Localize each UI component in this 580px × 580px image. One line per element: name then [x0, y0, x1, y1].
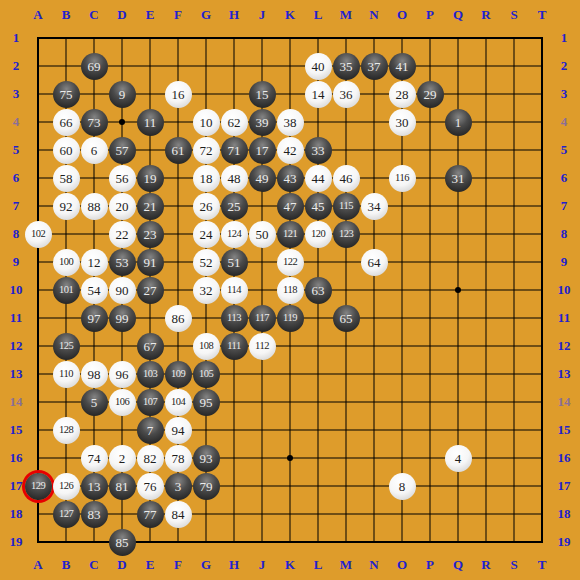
stone-black-H11: 113 [221, 305, 248, 332]
column-label-C: C [80, 552, 108, 578]
stone-white-M6: 46 [333, 165, 360, 192]
stone-white-L2: 40 [305, 53, 332, 80]
row-labels-left: 12345678910111213141516171819 [0, 24, 32, 556]
stone-black-D11: 99 [109, 305, 136, 332]
stone-white-E16: 82 [137, 445, 164, 472]
stone-black-K8: 121 [277, 221, 304, 248]
stone-black-E13: 103 [137, 361, 164, 388]
row-label-3: 3 [0, 80, 32, 108]
column-label-C: C [80, 2, 108, 28]
column-label-Q: Q [444, 2, 472, 28]
row-label-15: 15 [0, 416, 32, 444]
column-label-J: J [248, 2, 276, 28]
stone-white-J12: 112 [249, 333, 276, 360]
stone-black-F5: 61 [165, 137, 192, 164]
column-label-B: B [52, 2, 80, 28]
stone-black-G14: 95 [193, 389, 220, 416]
column-label-P: P [416, 2, 444, 28]
row-label-19: 19 [548, 528, 580, 556]
row-label-2: 2 [0, 52, 32, 80]
stone-white-B9: 100 [53, 249, 80, 276]
stone-black-B18: 127 [53, 501, 80, 528]
stone-black-D9: 53 [109, 249, 136, 276]
column-label-F: F [164, 2, 192, 28]
row-label-13: 13 [548, 360, 580, 388]
stone-black-D17: 81 [109, 473, 136, 500]
stone-black-E15: 7 [137, 417, 164, 444]
stone-white-D10: 90 [109, 277, 136, 304]
column-label-P: P [416, 552, 444, 578]
stone-white-B5: 60 [53, 137, 80, 164]
stone-black-K11: 119 [277, 305, 304, 332]
column-label-L: L [304, 2, 332, 28]
column-label-J: J [248, 552, 276, 578]
stone-white-B7: 92 [53, 193, 80, 220]
column-label-N: N [360, 2, 388, 28]
row-label-5: 5 [0, 136, 32, 164]
stone-white-B13: 110 [53, 361, 80, 388]
stone-white-F16: 78 [165, 445, 192, 472]
stone-black-O2: 41 [389, 53, 416, 80]
row-label-1: 1 [548, 24, 580, 52]
stone-white-G12: 108 [193, 333, 220, 360]
stone-black-C4: 73 [81, 109, 108, 136]
stone-black-K6: 43 [277, 165, 304, 192]
column-label-R: R [472, 552, 500, 578]
column-label-E: E [136, 2, 164, 28]
stone-black-B3: 75 [53, 81, 80, 108]
column-label-R: R [472, 2, 500, 28]
stone-white-D8: 22 [109, 221, 136, 248]
stone-black-E10: 27 [137, 277, 164, 304]
stone-white-E17: 76 [137, 473, 164, 500]
stone-black-J5: 17 [249, 137, 276, 164]
column-label-M: M [332, 2, 360, 28]
stone-white-G7: 26 [193, 193, 220, 220]
stone-white-F11: 86 [165, 305, 192, 332]
row-label-15: 15 [548, 416, 580, 444]
column-label-E: E [136, 552, 164, 578]
stone-black-J11: 117 [249, 305, 276, 332]
row-label-18: 18 [0, 500, 32, 528]
stone-black-H9: 51 [221, 249, 248, 276]
stone-black-Q6: 31 [445, 165, 472, 192]
stone-white-D14: 106 [109, 389, 136, 416]
stone-black-L5: 33 [305, 137, 332, 164]
stone-white-C7: 88 [81, 193, 108, 220]
column-labels-bottom: ABCDEFGHJKLMNOPQRST [24, 552, 556, 578]
column-label-S: S [500, 2, 528, 28]
stone-white-G6: 18 [193, 165, 220, 192]
row-label-12: 12 [548, 332, 580, 360]
row-label-3: 3 [548, 80, 580, 108]
column-label-K: K [276, 2, 304, 28]
stone-white-D13: 96 [109, 361, 136, 388]
row-label-17: 17 [548, 472, 580, 500]
row-label-6: 6 [548, 164, 580, 192]
stone-white-G8: 24 [193, 221, 220, 248]
row-label-12: 12 [0, 332, 32, 360]
row-label-19: 19 [0, 528, 32, 556]
stone-black-M2: 35 [333, 53, 360, 80]
stone-white-H10: 114 [221, 277, 248, 304]
stone-black-C2: 69 [81, 53, 108, 80]
stone-black-C18: 83 [81, 501, 108, 528]
stone-black-M8: 123 [333, 221, 360, 248]
stone-white-B6: 58 [53, 165, 80, 192]
stone-black-D3: 9 [109, 81, 136, 108]
stone-white-M3: 36 [333, 81, 360, 108]
stone-black-C14: 5 [81, 389, 108, 416]
stone-white-F18: 84 [165, 501, 192, 528]
column-label-S: S [500, 552, 528, 578]
stone-white-B15: 128 [53, 417, 80, 444]
row-label-9: 9 [0, 248, 32, 276]
stone-black-P3: 29 [417, 81, 444, 108]
stone-white-F14: 104 [165, 389, 192, 416]
stone-black-E14: 107 [137, 389, 164, 416]
row-label-10: 10 [548, 276, 580, 304]
row-label-18: 18 [548, 500, 580, 528]
stone-black-E9: 91 [137, 249, 164, 276]
column-label-F: F [164, 552, 192, 578]
stone-white-G9: 52 [193, 249, 220, 276]
row-label-4: 4 [548, 108, 580, 136]
column-label-O: O [388, 552, 416, 578]
row-label-14: 14 [548, 388, 580, 416]
stone-black-D5: 57 [109, 137, 136, 164]
stone-black-G16: 93 [193, 445, 220, 472]
row-label-7: 7 [0, 192, 32, 220]
column-label-B: B [52, 552, 80, 578]
stone-white-O3: 28 [389, 81, 416, 108]
stone-black-E6: 19 [137, 165, 164, 192]
stone-white-K10: 118 [277, 277, 304, 304]
row-label-10: 10 [0, 276, 32, 304]
stone-white-F3: 16 [165, 81, 192, 108]
column-label-D: D [108, 2, 136, 28]
go-board[interactable]: 6940353741759161514362829667311106239383… [24, 24, 556, 556]
go-game-record-viewer: ABCDEFGHJKLMNOPQRST ABCDEFGHJKLMNOPQRST … [0, 0, 580, 580]
stone-white-O4: 30 [389, 109, 416, 136]
column-label-D: D [108, 552, 136, 578]
stone-white-H6: 48 [221, 165, 248, 192]
row-label-1: 1 [0, 24, 32, 52]
stone-black-N2: 37 [361, 53, 388, 80]
stone-white-O6: 116 [389, 165, 416, 192]
stone-black-J3: 15 [249, 81, 276, 108]
stone-white-Q16: 4 [445, 445, 472, 472]
column-label-Q: Q [444, 552, 472, 578]
row-label-2: 2 [548, 52, 580, 80]
row-label-6: 6 [0, 164, 32, 192]
stone-black-E8: 23 [137, 221, 164, 248]
row-label-16: 16 [548, 444, 580, 472]
row-label-17: 17 [0, 472, 32, 500]
row-label-11: 11 [0, 304, 32, 332]
row-label-9: 9 [548, 248, 580, 276]
row-label-8: 8 [548, 220, 580, 248]
stone-white-G5: 72 [193, 137, 220, 164]
stone-white-B4: 66 [53, 109, 80, 136]
stone-white-B17: 126 [53, 473, 80, 500]
stone-black-E18: 77 [137, 501, 164, 528]
stone-black-H7: 25 [221, 193, 248, 220]
column-label-G: G [192, 2, 220, 28]
stone-black-G13: 105 [193, 361, 220, 388]
stone-black-B10: 101 [53, 277, 80, 304]
stone-white-H8: 124 [221, 221, 248, 248]
stone-white-K5: 42 [277, 137, 304, 164]
column-labels-top: ABCDEFGHJKLMNOPQRST [24, 2, 556, 28]
stone-white-C5: 6 [81, 137, 108, 164]
stone-white-C9: 12 [81, 249, 108, 276]
stone-white-H4: 62 [221, 109, 248, 136]
row-labels-right: 12345678910111213141516171819 [548, 24, 580, 556]
column-label-M: M [332, 552, 360, 578]
column-label-K: K [276, 552, 304, 578]
row-label-14: 14 [0, 388, 32, 416]
column-label-H: H [220, 552, 248, 578]
stone-black-M11: 65 [333, 305, 360, 332]
stone-white-C13: 98 [81, 361, 108, 388]
stone-black-B12: 125 [53, 333, 80, 360]
row-label-13: 13 [0, 360, 32, 388]
stone-black-G17: 79 [193, 473, 220, 500]
row-label-16: 16 [0, 444, 32, 472]
stone-black-C11: 97 [81, 305, 108, 332]
column-label-L: L [304, 552, 332, 578]
stone-black-L7: 45 [305, 193, 332, 220]
stone-black-F17: 3 [165, 473, 192, 500]
stone-white-L3: 14 [305, 81, 332, 108]
stone-white-D16: 2 [109, 445, 136, 472]
stone-white-L6: 44 [305, 165, 332, 192]
stone-black-J4: 39 [249, 109, 276, 136]
row-label-7: 7 [548, 192, 580, 220]
stone-white-L8: 120 [305, 221, 332, 248]
stone-white-J8: 50 [249, 221, 276, 248]
row-label-5: 5 [548, 136, 580, 164]
row-label-11: 11 [548, 304, 580, 332]
stone-black-Q4: 1 [445, 109, 472, 136]
stone-black-E12: 67 [137, 333, 164, 360]
row-label-8: 8 [0, 220, 32, 248]
stone-black-H5: 71 [221, 137, 248, 164]
stone-white-C16: 74 [81, 445, 108, 472]
stone-white-C10: 54 [81, 277, 108, 304]
stone-black-E4: 11 [137, 109, 164, 136]
stone-black-F13: 109 [165, 361, 192, 388]
stone-black-J6: 49 [249, 165, 276, 192]
stone-black-C17: 13 [81, 473, 108, 500]
stone-white-O17: 8 [389, 473, 416, 500]
stone-white-D7: 20 [109, 193, 136, 220]
stone-white-G10: 32 [193, 277, 220, 304]
stone-white-G4: 10 [193, 109, 220, 136]
stone-white-D6: 56 [109, 165, 136, 192]
stone-black-L10: 63 [305, 277, 332, 304]
column-label-G: G [192, 552, 220, 578]
row-label-4: 4 [0, 108, 32, 136]
stone-white-N9: 64 [361, 249, 388, 276]
stone-white-N7: 34 [361, 193, 388, 220]
column-label-H: H [220, 2, 248, 28]
column-label-N: N [360, 552, 388, 578]
column-label-O: O [388, 2, 416, 28]
stone-black-K7: 47 [277, 193, 304, 220]
stone-white-K4: 38 [277, 109, 304, 136]
stone-black-E7: 21 [137, 193, 164, 220]
stone-black-H12: 111 [221, 333, 248, 360]
stone-black-M7: 115 [333, 193, 360, 220]
stone-white-F15: 94 [165, 417, 192, 444]
stone-white-K9: 122 [277, 249, 304, 276]
